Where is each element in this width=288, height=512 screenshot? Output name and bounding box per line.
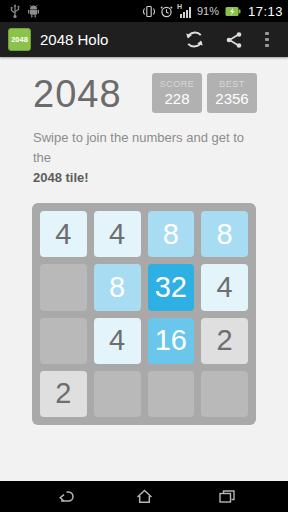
navigation-bar (0, 481, 288, 512)
empty-cell (40, 318, 87, 364)
best-label: BEST (219, 79, 245, 90)
empty-cell (148, 371, 195, 417)
score-label: SCORE (160, 79, 195, 90)
score-box: SCORE 228 (152, 73, 202, 113)
best-value: 2356 (215, 90, 248, 107)
overflow-menu-icon (265, 32, 269, 48)
app-bar: 2048 2048 Holo (0, 22, 288, 57)
header: 2048 SCORE 228 BEST 2356 (33, 73, 257, 115)
tile-2: 2 (201, 318, 248, 364)
signal-h-icon: H (177, 4, 191, 19)
tile-8: 8 (201, 211, 248, 257)
empty-cell (94, 371, 141, 417)
app-icon: 2048 (8, 28, 31, 51)
share-button[interactable] (214, 22, 254, 57)
overflow-menu-button[interactable] (254, 22, 280, 57)
tile-32: 32 (148, 264, 195, 310)
recents-icon (219, 490, 235, 504)
instructions-line1: Swipe to join the numbers and get to the (33, 130, 244, 165)
page-title: 2048 (33, 73, 122, 115)
usb-icon (10, 4, 20, 19)
tile-4: 4 (94, 211, 141, 257)
instructions-line2: 2048 tile! (33, 170, 89, 185)
empty-cell (40, 264, 87, 310)
tile-2: 2 (40, 371, 87, 417)
clock: 17:13 (248, 4, 283, 19)
back-icon (56, 490, 75, 504)
tile-16: 16 (148, 318, 195, 364)
battery-percent: 91% (197, 5, 219, 17)
empty-cell (201, 371, 248, 417)
instructions: Swipe to join the numbers and get to the… (33, 128, 258, 188)
tile-4: 4 (94, 318, 141, 364)
home-icon (136, 489, 153, 504)
refresh-button[interactable] (174, 22, 214, 57)
status-bar: H 91% 17:13 (0, 0, 288, 22)
tile-8: 8 (148, 211, 195, 257)
tile-4: 4 (40, 211, 87, 257)
adb-android-icon (27, 4, 40, 18)
best-box: BEST 2356 (207, 73, 257, 113)
back-button[interactable] (43, 481, 87, 512)
home-button[interactable] (122, 481, 166, 512)
score-value: 228 (164, 90, 189, 107)
board[interactable]: 4488832441622 (32, 203, 256, 425)
alarm-icon (160, 5, 173, 18)
tile-4: 4 (201, 264, 248, 310)
vibrate-icon (142, 5, 156, 18)
app-title: 2048 Holo (40, 31, 174, 48)
battery-charging-icon (225, 6, 241, 17)
tile-8: 8 (94, 264, 141, 310)
recents-button[interactable] (205, 481, 249, 512)
